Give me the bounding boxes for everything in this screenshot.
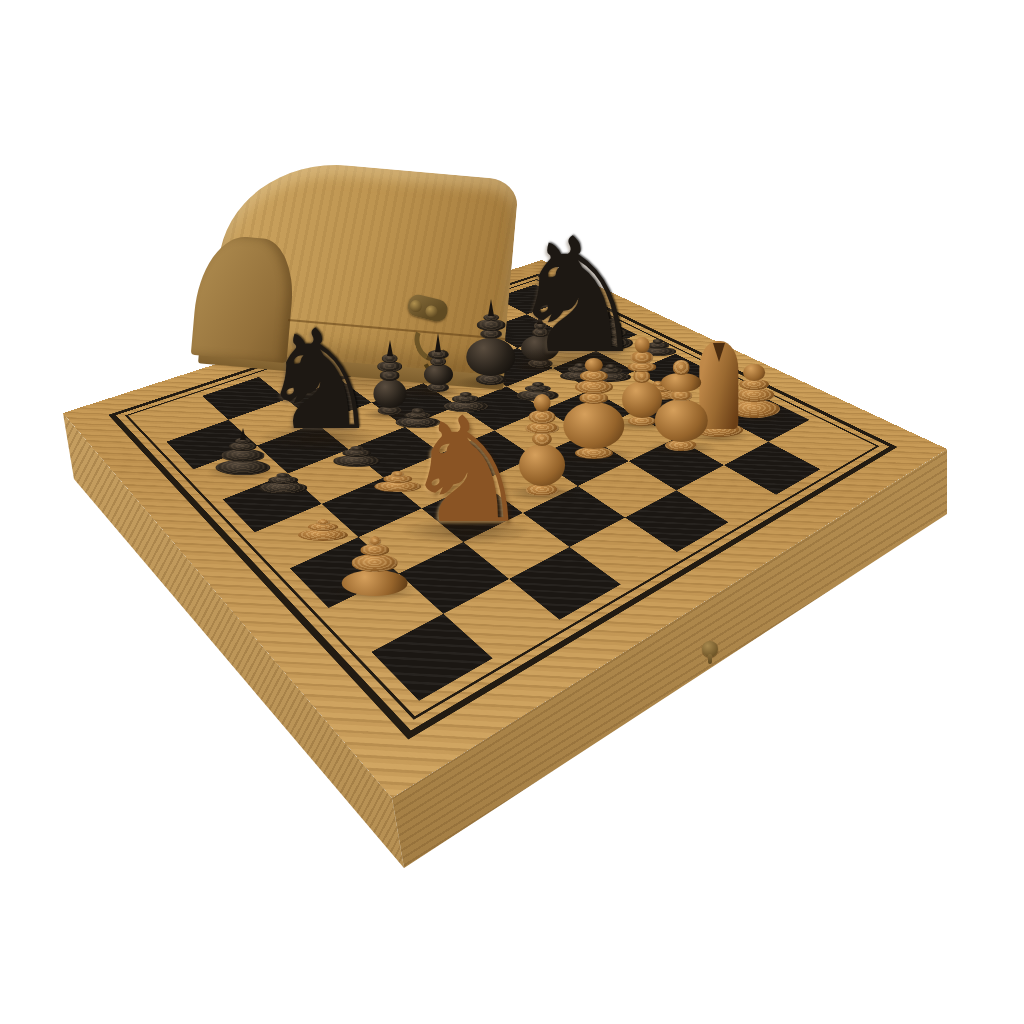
pieces-layer: ♞♞♞: [0, 0, 1024, 1024]
black-knight-g6: ♞: [524, 256, 632, 370]
black-pawn-b5: [333, 447, 381, 466]
black-bishop-d6: [421, 333, 457, 391]
black-king-e6: [465, 300, 517, 384]
black-pawn-a5: [259, 474, 307, 493]
knight-horse-glyph: ♞: [401, 398, 532, 544]
black-rook-a6: [215, 428, 270, 474]
wood-king-d2: [563, 359, 624, 458]
knight-horse-glyph: ♞: [258, 312, 381, 450]
wood-queen-f2: [654, 361, 709, 450]
scene: ♞♞♞: [0, 0, 1024, 1024]
wood-rook-a2: [341, 537, 408, 595]
wood-knight-b2: ♞: [417, 434, 517, 539]
black-knight-b6: ♞: [273, 346, 367, 445]
